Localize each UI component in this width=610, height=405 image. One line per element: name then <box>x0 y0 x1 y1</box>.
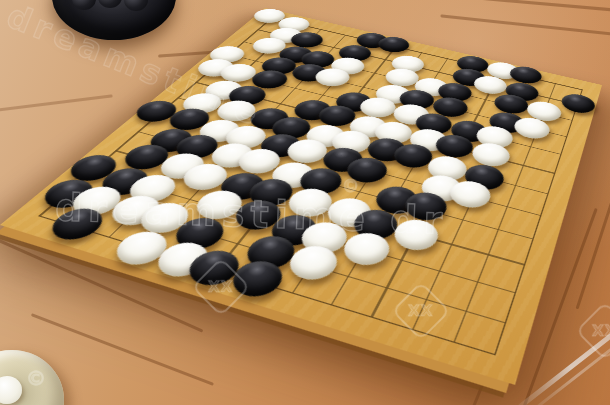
photo-canvas: dreamstime dreamstime dr © © XX XX XX <box>0 0 610 405</box>
